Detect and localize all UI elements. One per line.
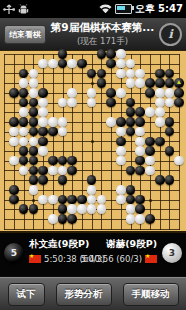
stone-white [116,127,126,137]
try-move-button[interactable]: 试下 [8,283,45,306]
stone-black [77,59,87,69]
stone-black [67,195,77,205]
stone-white [145,156,155,166]
stone-black [106,49,116,59]
status-bar: 오후 5:47 [0,0,186,18]
black-captures: 5 [11,248,17,258]
stone-white [97,195,107,205]
stone-black [165,117,175,127]
stone-black [126,98,136,108]
stone-white [135,127,145,137]
go-viewer-app: 오후 5:47 结束看棋 第9届倡棋杯本赛第... (现在 171手) i 5 … [0,0,186,310]
stone-black [67,214,77,224]
stone-white [29,185,39,195]
stone-black [155,78,165,88]
usb-debug-icon [3,4,15,15]
stone-white [48,214,58,224]
stone-white [9,137,19,147]
stone-white [155,117,165,127]
stone-black [126,185,136,195]
stone-white [48,195,58,205]
stone-white [19,127,29,137]
stone-white [38,98,48,108]
star-point [149,199,152,202]
stone-black [67,166,77,176]
stone-white [67,204,77,214]
stone-white [58,98,68,108]
stone-white [165,98,175,108]
stone-white [135,78,145,88]
stone-black [126,107,136,117]
white-player-name: 谢赫(9段P) [106,238,157,251]
stone-black [165,146,175,156]
stone-black [135,117,145,127]
stone-white [126,204,136,214]
stone-black [155,69,165,79]
stone-white [77,204,87,214]
stone-black [106,98,116,108]
stone-black [29,156,39,166]
china-flag-icon-white: ★ [145,255,157,263]
stone-white [126,69,136,79]
battery-icon [115,4,132,14]
stone-black [106,88,116,98]
stone-black [19,98,29,108]
position-analysis-button[interactable]: 形势分析 [56,283,112,306]
white-player-time: 5:40:56 (60/3) [81,254,142,264]
stone-black [29,146,39,156]
stone-white [135,69,145,79]
stone-black [29,204,39,214]
stone-black [135,156,145,166]
stone-black [174,98,184,108]
stone-black [9,195,19,205]
stone-black [29,107,39,117]
stone-white [155,107,165,117]
stone-black [116,137,126,147]
stone-black [135,204,145,214]
stone-black [116,117,126,127]
stone-white [87,195,97,205]
stone-black [19,88,29,98]
stone-black [38,175,48,185]
stone-white [97,204,107,214]
stone-white [58,127,68,137]
stone-white [19,137,29,147]
stone-black [67,156,77,166]
stone-black [165,69,175,79]
game-title: 第9届倡棋杯本赛第... [51,21,154,35]
stone-white [87,204,97,214]
stone-white [38,59,48,69]
stone-black [58,195,68,205]
stone-black [165,175,175,185]
stone-black [97,69,107,79]
stone-black [77,195,87,205]
stone-black [145,146,155,156]
stone-black [58,49,68,59]
stone-black [9,185,19,195]
stone-white [116,59,126,69]
stone-white [126,214,136,224]
stone-black [29,175,39,185]
stone-black [165,127,175,137]
stone-black [145,137,155,147]
stone-black [9,88,19,98]
stone-black [19,146,29,156]
stone-white [87,88,97,98]
stone-white [67,88,77,98]
stone-black [126,117,136,127]
last-move-marker [177,80,181,84]
stone-black [135,107,145,117]
stone-white [48,166,58,176]
go-board[interactable] [0,50,186,233]
stone-white [19,78,29,88]
stone-white [135,214,145,224]
stone-white [67,98,77,108]
stone-white [38,195,48,205]
stone-white [58,117,68,127]
stone-white [87,98,97,108]
stone-black [19,69,29,79]
clock-time: 오후 5:47 [135,2,183,16]
stone-black [58,214,68,224]
stone-black [29,117,39,127]
stone-white [48,117,58,127]
stone-black [38,137,48,147]
stone-white [145,166,155,176]
stone-black [87,69,97,79]
stone-black [29,98,39,108]
stone-white [38,146,48,156]
stone-black [97,49,107,59]
star-point [91,140,94,143]
stone-black [155,175,165,185]
grid-line-v [111,54,112,230]
stone-black [106,59,116,69]
stone-white [116,195,126,205]
stone-white [126,59,136,69]
stone-black [58,156,68,166]
stone-black [126,195,136,205]
white-captures: 3 [169,248,175,258]
china-flag-icon-black: ★ [29,255,41,263]
stone-white [135,146,145,156]
stone-black [145,78,155,88]
end-watching-button[interactable]: 结束看棋 [4,25,46,44]
stone-white [155,88,165,98]
stone-black [135,166,145,176]
white-stone-avatar: 3 [162,243,182,263]
stone-white [29,137,39,147]
stone-white [116,185,126,195]
stone-white [116,69,126,79]
stone-white [9,156,19,166]
stone-white [58,166,68,176]
stone-black [58,59,68,69]
move-counter: (现在 171手) [77,36,128,48]
stone-white [29,69,39,79]
stone-white [165,88,175,98]
stone-white [135,137,145,147]
stone-white [145,107,155,117]
stone-black [97,78,107,88]
stone-black [165,78,175,88]
stone-black [19,204,29,214]
stone-black [155,137,165,147]
stone-black [19,117,29,127]
info-icon[interactable]: i [159,23,182,46]
android-icon [18,4,29,15]
stone-white [9,127,19,137]
stone-black [135,195,145,205]
stone-white [38,117,48,127]
header-bar: 结束看棋 第9届倡棋杯本赛第... (现在 171手) i [0,18,186,51]
stone-black [38,127,48,137]
bottom-toolbar: 试下 形势分析 手顺移动 [0,276,186,310]
stone-black [38,166,48,176]
stone-white [29,88,39,98]
black-stone-avatar: 5 [4,243,24,263]
stone-white [116,146,126,156]
stone-black [145,214,155,224]
stone-black [58,175,68,185]
stone-black [126,166,136,176]
stone-white [116,88,126,98]
stone-white [67,59,77,69]
stone-black [87,175,97,185]
stone-white [19,166,29,176]
stone-white [116,156,126,166]
stone-black [126,127,136,137]
stone-black [48,127,58,137]
stone-white [155,98,165,108]
stone-white [126,78,136,88]
stone-black [58,204,68,214]
stone-white [19,107,29,117]
wifi-icon [99,4,112,14]
stone-black [48,156,58,166]
move-navigation-button[interactable]: 手顺移动 [123,283,179,306]
stone-black [29,127,39,137]
stone-white [106,117,116,127]
stone-white [87,185,97,195]
stone-white [38,107,48,117]
stone-black [9,117,19,127]
grid-line-h [4,229,180,230]
stone-white [48,59,58,69]
stone-white [174,156,184,166]
player-bar: 5 朴文垚(9段P) ★ 5:50:38 (60/3) 谢赫(9段P) 5:40… [0,233,186,276]
stone-black [19,156,29,166]
stone-black [145,88,155,98]
stone-black [174,88,184,98]
stone-white [29,78,39,88]
star-point [91,82,94,85]
stone-black [174,78,184,88]
stone-black [29,166,39,176]
stone-black [38,88,48,98]
stone-white [116,49,126,59]
